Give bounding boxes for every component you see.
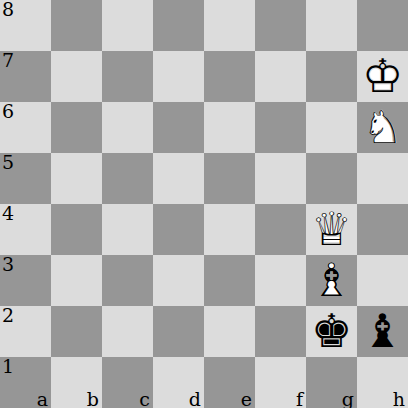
square-f5[interactable]: [255, 153, 306, 204]
square-e6[interactable]: [204, 102, 255, 153]
square-h1[interactable]: h: [357, 357, 408, 408]
square-a1[interactable]: 1a: [0, 357, 51, 408]
square-d7[interactable]: [153, 51, 204, 102]
file-label-c: c: [139, 390, 150, 408]
rank-label-2: 2: [2, 306, 14, 325]
square-b1[interactable]: b: [51, 357, 102, 408]
rank-label-3: 3: [2, 255, 14, 274]
square-g4[interactable]: ♛♕: [306, 204, 357, 255]
square-f6[interactable]: [255, 102, 306, 153]
bishop-glyph: ♝: [362, 306, 403, 357]
square-d4[interactable]: [153, 204, 204, 255]
square-a3[interactable]: 3: [0, 255, 51, 306]
square-d1[interactable]: d: [153, 357, 204, 408]
square-a5[interactable]: 5: [0, 153, 51, 204]
square-b4[interactable]: [51, 204, 102, 255]
piece-white-king-icon[interactable]: ♚♔: [357, 51, 408, 102]
piece-white-bishop-icon[interactable]: ♝♗: [306, 255, 357, 306]
square-g2[interactable]: ♚: [306, 306, 357, 357]
square-e1[interactable]: e: [204, 357, 255, 408]
file-label-b: b: [87, 390, 99, 408]
square-f8[interactable]: [255, 0, 306, 51]
square-a4[interactable]: 4: [0, 204, 51, 255]
square-d3[interactable]: [153, 255, 204, 306]
square-e4[interactable]: [204, 204, 255, 255]
square-c7[interactable]: [102, 51, 153, 102]
rank-label-1: 1: [2, 357, 14, 376]
square-h7[interactable]: ♚♔: [357, 51, 408, 102]
square-a6[interactable]: 6: [0, 102, 51, 153]
square-h6[interactable]: ♞♘: [357, 102, 408, 153]
square-g3[interactable]: ♝♗: [306, 255, 357, 306]
rank-label-5: 5: [2, 153, 14, 172]
file-label-f: f: [296, 390, 303, 408]
square-f3[interactable]: [255, 255, 306, 306]
queen-glyph-outline: ♕: [311, 204, 352, 255]
chess-board: 87♚♔6♞♘54♛♕3♝♗2♚♝1abcdefgh: [0, 0, 408, 408]
file-label-g: g: [342, 390, 354, 408]
piece-white-queen-icon[interactable]: ♛♕: [306, 204, 357, 255]
square-h5[interactable]: [357, 153, 408, 204]
square-h4[interactable]: [357, 204, 408, 255]
square-g1[interactable]: g: [306, 357, 357, 408]
square-h8[interactable]: [357, 0, 408, 51]
piece-black-bishop-icon[interactable]: ♝: [357, 306, 408, 357]
square-d6[interactable]: [153, 102, 204, 153]
square-c3[interactable]: [102, 255, 153, 306]
square-g6[interactable]: [306, 102, 357, 153]
rank-label-8: 8: [2, 0, 14, 19]
square-c4[interactable]: [102, 204, 153, 255]
rank-label-6: 6: [2, 102, 14, 121]
square-c2[interactable]: [102, 306, 153, 357]
file-label-a: a: [37, 390, 48, 408]
rank-label-4: 4: [2, 204, 14, 223]
square-b7[interactable]: [51, 51, 102, 102]
file-label-e: e: [241, 390, 252, 408]
square-e7[interactable]: [204, 51, 255, 102]
square-b8[interactable]: [51, 0, 102, 51]
square-b6[interactable]: [51, 102, 102, 153]
piece-white-knight-icon[interactable]: ♞♘: [357, 102, 408, 153]
square-c6[interactable]: [102, 102, 153, 153]
square-f2[interactable]: [255, 306, 306, 357]
knight-glyph-outline: ♘: [362, 102, 403, 153]
square-g8[interactable]: [306, 0, 357, 51]
square-f7[interactable]: [255, 51, 306, 102]
square-c1[interactable]: c: [102, 357, 153, 408]
file-label-h: h: [393, 390, 405, 408]
square-e3[interactable]: [204, 255, 255, 306]
square-b2[interactable]: [51, 306, 102, 357]
square-a2[interactable]: 2: [0, 306, 51, 357]
square-f1[interactable]: f: [255, 357, 306, 408]
square-h2[interactable]: ♝: [357, 306, 408, 357]
square-f4[interactable]: [255, 204, 306, 255]
square-d8[interactable]: [153, 0, 204, 51]
square-e2[interactable]: [204, 306, 255, 357]
king-glyph: ♚: [311, 306, 352, 357]
square-d5[interactable]: [153, 153, 204, 204]
square-e8[interactable]: [204, 0, 255, 51]
square-a8[interactable]: 8: [0, 0, 51, 51]
square-d2[interactable]: [153, 306, 204, 357]
square-b5[interactable]: [51, 153, 102, 204]
square-g5[interactable]: [306, 153, 357, 204]
square-g7[interactable]: [306, 51, 357, 102]
square-e5[interactable]: [204, 153, 255, 204]
square-c8[interactable]: [102, 0, 153, 51]
square-b3[interactable]: [51, 255, 102, 306]
king-glyph-outline: ♔: [362, 51, 403, 102]
square-a7[interactable]: 7: [0, 51, 51, 102]
piece-black-king-icon[interactable]: ♚: [306, 306, 357, 357]
square-h3[interactable]: [357, 255, 408, 306]
file-label-d: d: [189, 390, 201, 408]
square-c5[interactable]: [102, 153, 153, 204]
rank-label-7: 7: [2, 51, 14, 70]
bishop-glyph-outline: ♗: [311, 255, 352, 306]
